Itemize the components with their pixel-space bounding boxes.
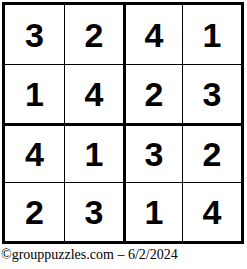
copyright-footer: ©grouppuzzles.com – 6/2/2024 bbox=[1, 247, 178, 263]
cell-r1c2: 2 bbox=[64, 5, 123, 64]
cell-r3c2: 1 bbox=[64, 123, 123, 182]
cell-r3c3: 3 bbox=[123, 123, 182, 182]
cell-r1c1: 3 bbox=[5, 5, 64, 64]
cell-r4c3: 1 bbox=[123, 182, 182, 241]
cell-r2c3: 2 bbox=[123, 64, 182, 123]
cell-r1c3: 4 bbox=[123, 5, 182, 64]
cell-r3c4: 2 bbox=[182, 123, 241, 182]
cell-r4c1: 2 bbox=[5, 182, 64, 241]
cell-r2c2: 4 bbox=[64, 64, 123, 123]
cell-r3c1: 4 bbox=[5, 123, 64, 182]
cell-r4c4: 4 bbox=[182, 182, 241, 241]
cell-r4c2: 3 bbox=[64, 182, 123, 241]
sudoku-board: 3241142341322314 bbox=[2, 2, 244, 244]
cell-r2c4: 3 bbox=[182, 64, 241, 123]
cell-r1c4: 1 bbox=[182, 5, 241, 64]
cell-r2c1: 1 bbox=[5, 64, 64, 123]
puzzle-page: 3241142341322314 ©grouppuzzles.com – 6/2… bbox=[0, 0, 247, 269]
